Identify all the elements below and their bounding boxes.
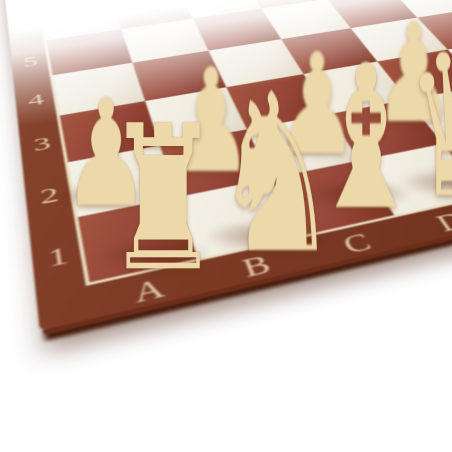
pieces-layer: ♜♞♝♛♟♟♟♟ bbox=[0, 0, 452, 452]
chessboard-photo: ABCDEFGH12345678 ♜♞♝♛♟♟♟♟ bbox=[0, 0, 452, 452]
piece-white-knight-b1[interactable]: ♞ bbox=[212, 65, 340, 284]
piece-white-rook-a1[interactable]: ♜ bbox=[104, 99, 221, 299]
